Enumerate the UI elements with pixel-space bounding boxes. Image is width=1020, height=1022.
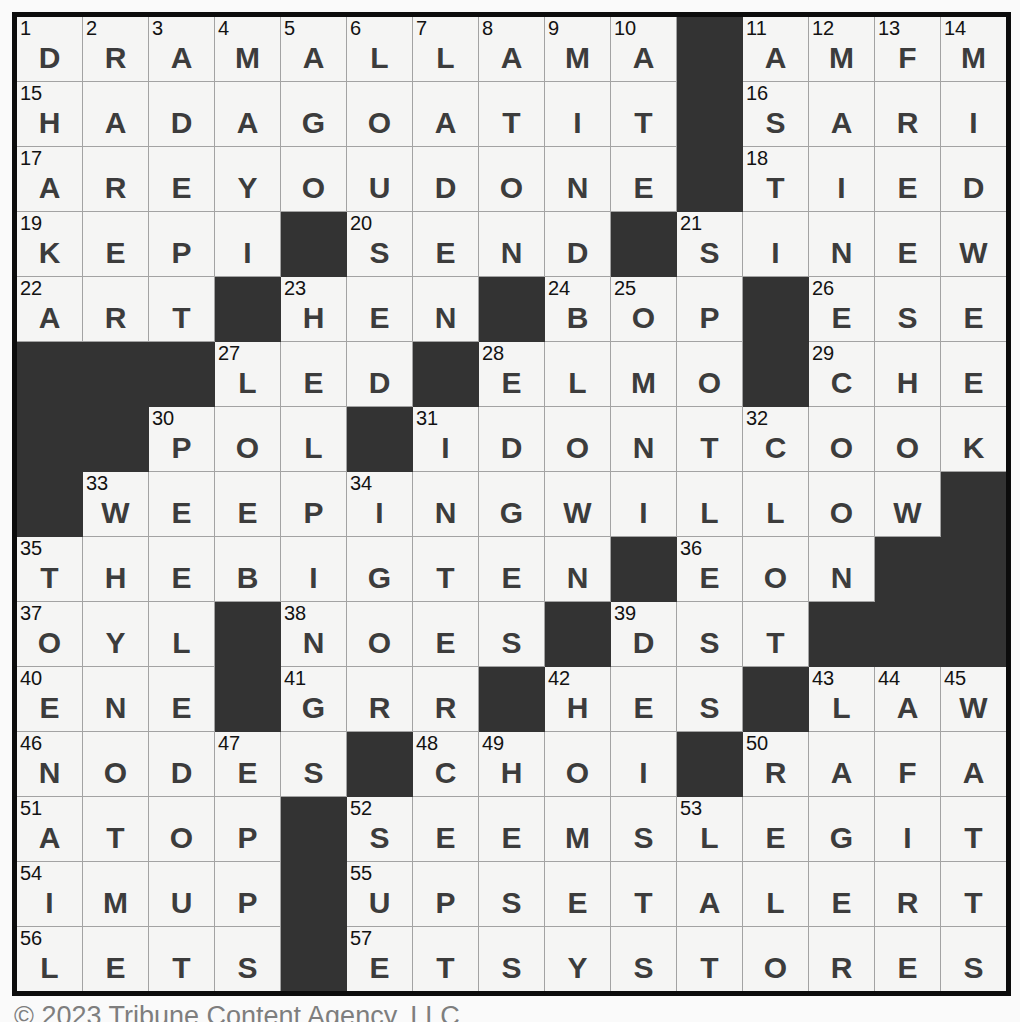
crossword-cell-r10c10[interactable]: 39D — [611, 602, 677, 667]
crossword-cell-r8c3[interactable]: E — [149, 472, 215, 537]
crossword-cell-r8c5[interactable]: P — [281, 472, 347, 537]
crossword-cell-r1c5[interactable]: 5A — [281, 17, 347, 82]
cell-letter: R — [83, 173, 148, 203]
crossword-cell-r15c6[interactable]: 57E — [347, 927, 413, 991]
cell-letter: D — [545, 238, 610, 268]
crossword-cell-r6c15[interactable]: E — [941, 342, 1006, 407]
crossword-cell-r14c13[interactable]: E — [809, 862, 875, 927]
crossword-cell-r2c15[interactable]: I — [941, 82, 1006, 147]
cell-letter: A — [215, 108, 280, 138]
crossword-cell-r8c6[interactable]: 34I — [347, 472, 413, 537]
crossword-cell-r3c14[interactable]: E — [875, 147, 941, 212]
clue-number: 42 — [548, 667, 570, 689]
crossword-cell-r1c4[interactable]: 4M — [215, 17, 281, 82]
crossword-cell-r7c8[interactable]: D — [479, 407, 545, 472]
cell-letter: H — [83, 563, 148, 593]
crossword-cell-r10c8[interactable]: S — [479, 602, 545, 667]
cell-letter: Y — [215, 173, 280, 203]
cell-letter: L — [809, 693, 874, 723]
crossword-cell-r11c15[interactable]: 45W — [941, 667, 1006, 732]
cell-letter: E — [83, 953, 148, 983]
crossword-cell-r13c10[interactable]: S — [611, 797, 677, 862]
crossword-cell-r9c8[interactable]: E — [479, 537, 545, 602]
block-cell — [875, 537, 941, 602]
crossword-cell-r13c3[interactable]: O — [149, 797, 215, 862]
clue-number: 49 — [482, 732, 504, 754]
block-cell — [281, 797, 347, 862]
crossword-cell-r7c13[interactable]: O — [809, 407, 875, 472]
crossword-cell-r1c15[interactable]: 14M — [941, 17, 1006, 82]
crossword-cell-r1c2[interactable]: 2R — [83, 17, 149, 82]
crossword-cell-r4c3[interactable]: P — [149, 212, 215, 277]
crossword-cell-r1c3[interactable]: 3A — [149, 17, 215, 82]
cell-letter: P — [149, 238, 214, 268]
crossword-cell-r6c8[interactable]: 28E — [479, 342, 545, 407]
block-cell — [413, 342, 479, 407]
crossword-cell-r11c2[interactable]: N — [83, 667, 149, 732]
crossword-cell-r10c12[interactable]: T — [743, 602, 809, 667]
crossword-cell-r14c11[interactable]: A — [677, 862, 743, 927]
crossword-cell-r6c5[interactable]: E — [281, 342, 347, 407]
cell-letter: E — [743, 823, 808, 853]
cell-letter: A — [413, 108, 478, 138]
crossword-cell-r5c9[interactable]: 24B — [545, 277, 611, 342]
crossword-cell-r4c11[interactable]: 21S — [677, 212, 743, 277]
crossword-cell-r13c15[interactable]: T — [941, 797, 1006, 862]
block-cell — [941, 537, 1006, 602]
cell-letter: R — [347, 693, 412, 723]
cell-letter: N — [809, 563, 874, 593]
clue-number: 20 — [350, 212, 372, 234]
crossword-cell-r12c8[interactable]: 49H — [479, 732, 545, 797]
cell-letter: E — [611, 173, 676, 203]
crossword-cell-r13c2[interactable]: T — [83, 797, 149, 862]
crossword-cell-r12c2[interactable]: O — [83, 732, 149, 797]
crossword-cell-r5c10[interactable]: 25O — [611, 277, 677, 342]
clue-number: 44 — [878, 667, 900, 689]
crossword-cell-r9c2[interactable]: H — [83, 537, 149, 602]
cell-letter: C — [413, 758, 478, 788]
cell-letter: E — [479, 368, 544, 398]
cell-letter: E — [479, 823, 544, 853]
block-cell — [677, 17, 743, 82]
clue-number: 6 — [350, 17, 361, 39]
crossword-cell-r3c15[interactable]: D — [941, 147, 1006, 212]
crossword-cell-r4c2[interactable]: E — [83, 212, 149, 277]
cell-letter: L — [743, 498, 808, 528]
crossword-cell-r5c13[interactable]: 26E — [809, 277, 875, 342]
crossword-cell-r15c1[interactable]: 56L — [17, 927, 83, 991]
crossword-cell-r13c14[interactable]: I — [875, 797, 941, 862]
crossword-cell-r10c7[interactable]: E — [413, 602, 479, 667]
crossword-cell-r5c11[interactable]: P — [677, 277, 743, 342]
crossword-cell-r8c11[interactable]: L — [677, 472, 743, 537]
cell-letter: H — [479, 758, 544, 788]
crossword-cell-r15c9[interactable]: Y — [545, 927, 611, 991]
crossword-cell-r3c1[interactable]: 17A — [17, 147, 83, 212]
crossword-cell-r9c3[interactable]: E — [149, 537, 215, 602]
crossword-cell-r13c13[interactable]: G — [809, 797, 875, 862]
clue-number: 48 — [416, 732, 438, 754]
crossword-cell-r6c4[interactable]: 27L — [215, 342, 281, 407]
crossword-cell-r10c6[interactable]: O — [347, 602, 413, 667]
crossword-cell-r13c9[interactable]: M — [545, 797, 611, 862]
cell-letter: E — [83, 238, 148, 268]
crossword-cell-r1c8[interactable]: 8A — [479, 17, 545, 82]
crossword-cell-r6c14[interactable]: H — [875, 342, 941, 407]
crossword-cell-r8c8[interactable]: G — [479, 472, 545, 537]
crossword-cell-r8c2[interactable]: 33W — [83, 472, 149, 537]
crossword-cell-r6c10[interactable]: M — [611, 342, 677, 407]
cell-letter: M — [83, 888, 148, 918]
block-cell — [743, 667, 809, 732]
cell-letter: A — [281, 43, 346, 73]
clue-number: 10 — [614, 17, 636, 39]
crossword-cell-r5c15[interactable]: E — [941, 277, 1006, 342]
crossword-cell-r3c2[interactable]: R — [83, 147, 149, 212]
crossword-cell-r2c6[interactable]: O — [347, 82, 413, 147]
crossword-cell-r1c9[interactable]: 9M — [545, 17, 611, 82]
crossword-cell-r9c13[interactable]: N — [809, 537, 875, 602]
crossword-cell-r14c4[interactable]: P — [215, 862, 281, 927]
clue-number: 57 — [350, 927, 372, 949]
crossword-cell-r12c7[interactable]: 48C — [413, 732, 479, 797]
clue-number: 47 — [218, 732, 240, 754]
crossword-cell-r2c7[interactable]: A — [413, 82, 479, 147]
crossword-cell-r10c3[interactable]: L — [149, 602, 215, 667]
block-cell — [281, 927, 347, 991]
crossword-cell-r4c14[interactable]: E — [875, 212, 941, 277]
crossword-cell-r7c14[interactable]: O — [875, 407, 941, 472]
crossword-cell-r14c1[interactable]: 54I — [17, 862, 83, 927]
crossword-cell-r9c1[interactable]: 35T — [17, 537, 83, 602]
cell-letter: P — [413, 888, 478, 918]
crossword-cell-r8c14[interactable]: W — [875, 472, 941, 537]
crossword-cell-r14c8[interactable]: S — [479, 862, 545, 927]
cell-letter: A — [809, 758, 874, 788]
clue-number: 51 — [20, 797, 42, 819]
cell-letter: A — [941, 758, 1006, 788]
crossword-cell-r5c3[interactable]: T — [149, 277, 215, 342]
cell-letter: P — [281, 498, 346, 528]
crossword-cell-r6c13[interactable]: 29C — [809, 342, 875, 407]
cell-letter: A — [17, 173, 82, 203]
crossword-cell-r11c5[interactable]: 41G — [281, 667, 347, 732]
crossword-cell-r13c8[interactable]: E — [479, 797, 545, 862]
crossword-cell-r4c12[interactable]: I — [743, 212, 809, 277]
crossword-cell-r13c11[interactable]: 53L — [677, 797, 743, 862]
crossword-cell-r1c10[interactable]: 10A — [611, 17, 677, 82]
crossword-cell-r9c11[interactable]: 36E — [677, 537, 743, 602]
cell-letter: E — [347, 953, 412, 983]
crossword-cell-r2c2[interactable]: A — [83, 82, 149, 147]
crossword-cell-r12c1[interactable]: 46N — [17, 732, 83, 797]
crossword-cell-r11c14[interactable]: 44A — [875, 667, 941, 732]
crossword-cell-r5c14[interactable]: S — [875, 277, 941, 342]
crossword-cell-r14c10[interactable]: T — [611, 862, 677, 927]
crossword-cell-r6c9[interactable]: L — [545, 342, 611, 407]
crossword-cell-r14c14[interactable]: R — [875, 862, 941, 927]
crossword-cell-r14c9[interactable]: E — [545, 862, 611, 927]
cell-letter: Y — [83, 628, 148, 658]
crossword-cell-r13c7[interactable]: E — [413, 797, 479, 862]
crossword-cell-r9c12[interactable]: O — [743, 537, 809, 602]
crossword-cell-r12c3[interactable]: D — [149, 732, 215, 797]
block-cell — [17, 342, 83, 407]
crossword-cell-r2c13[interactable]: A — [809, 82, 875, 147]
block-cell — [479, 667, 545, 732]
crossword-cell-r1c14[interactable]: 13F — [875, 17, 941, 82]
block-cell — [83, 342, 149, 407]
crossword-cell-r2c8[interactable]: T — [479, 82, 545, 147]
crossword-cell-r8c10[interactable]: I — [611, 472, 677, 537]
crossword-cell-r11c11[interactable]: S — [677, 667, 743, 732]
crossword-cell-r7c10[interactable]: N — [611, 407, 677, 472]
crossword-cell-r14c2[interactable]: M — [83, 862, 149, 927]
crossword-cell-r7c15[interactable]: K — [941, 407, 1006, 472]
crossword-cell-r3c7[interactable]: D — [413, 147, 479, 212]
crossword-cell-r15c13[interactable]: R — [809, 927, 875, 991]
crossword-cell-r4c4[interactable]: I — [215, 212, 281, 277]
crossword-cell-r7c11[interactable]: T — [677, 407, 743, 472]
cell-letter: W — [941, 693, 1006, 723]
clue-number: 22 — [20, 277, 42, 299]
crossword-cell-r10c11[interactable]: S — [677, 602, 743, 667]
clue-number: 40 — [20, 667, 42, 689]
crossword-cell-r1c1[interactable]: 1D — [17, 17, 83, 82]
crossword-cell-r2c3[interactable]: D — [149, 82, 215, 147]
cell-letter: I — [281, 563, 346, 593]
crossword-cell-r15c8[interactable]: S — [479, 927, 545, 991]
crossword-cell-r3c5[interactable]: O — [281, 147, 347, 212]
crossword-cell-r4c7[interactable]: E — [413, 212, 479, 277]
crossword-cell-r13c4[interactable]: P — [215, 797, 281, 862]
crossword-cell-r8c4[interactable]: E — [215, 472, 281, 537]
crossword-cell-r15c12[interactable]: O — [743, 927, 809, 991]
clue-number: 16 — [746, 82, 768, 104]
cell-letter: S — [677, 693, 742, 723]
cell-letter: L — [17, 953, 82, 983]
crossword-cell-r12c13[interactable]: A — [809, 732, 875, 797]
cell-letter: M — [545, 43, 610, 73]
crossword-cell-r4c13[interactable]: N — [809, 212, 875, 277]
crossword-cell-r3c9[interactable]: N — [545, 147, 611, 212]
crossword-cell-r9c6[interactable]: G — [347, 537, 413, 602]
cell-letter: I — [611, 758, 676, 788]
crossword-cell-r5c6[interactable]: E — [347, 277, 413, 342]
cell-letter: G — [479, 498, 544, 528]
crossword-cell-r2c10[interactable]: T — [611, 82, 677, 147]
crossword-cell-r10c5[interactable]: 38N — [281, 602, 347, 667]
cell-letter: P — [215, 888, 280, 918]
crossword-cell-r15c10[interactable]: S — [611, 927, 677, 991]
crossword-cell-r3c4[interactable]: Y — [215, 147, 281, 212]
cell-letter: L — [215, 368, 280, 398]
cell-letter: T — [941, 823, 1006, 853]
cell-letter: D — [17, 43, 82, 73]
crossword-cell-r5c7[interactable]: N — [413, 277, 479, 342]
crossword-cell-r8c9[interactable]: W — [545, 472, 611, 537]
crossword-cell-r3c6[interactable]: U — [347, 147, 413, 212]
cell-letter: S — [875, 303, 940, 333]
cell-letter: O — [875, 433, 940, 463]
crossword-cell-r15c7[interactable]: T — [413, 927, 479, 991]
cell-letter: I — [809, 173, 874, 203]
crossword-cell-r4c9[interactable]: D — [545, 212, 611, 277]
cell-letter: M — [941, 43, 1006, 73]
crossword-cell-r9c7[interactable]: T — [413, 537, 479, 602]
crossword-cell-r2c1[interactable]: 15H — [17, 82, 83, 147]
crossword-cell-r4c6[interactable]: 20S — [347, 212, 413, 277]
crossword-cell-r4c8[interactable]: N — [479, 212, 545, 277]
crossword-cell-r2c14[interactable]: R — [875, 82, 941, 147]
crossword-cell-r8c13[interactable]: O — [809, 472, 875, 537]
crossword-cell-r7c9[interactable]: O — [545, 407, 611, 472]
block-cell — [17, 472, 83, 537]
cell-letter: M — [809, 43, 874, 73]
crossword-cell-r13c1[interactable]: 51A — [17, 797, 83, 862]
crossword-cell-r1c13[interactable]: 12M — [809, 17, 875, 82]
crossword-cell-r14c3[interactable]: U — [149, 862, 215, 927]
crossword-cell-r12c14[interactable]: F — [875, 732, 941, 797]
crossword-cell-r11c10[interactable]: E — [611, 667, 677, 732]
clue-number: 34 — [350, 472, 372, 494]
crossword-cell-r5c5[interactable]: 23H — [281, 277, 347, 342]
crossword-cell-r7c5[interactable]: L — [281, 407, 347, 472]
crossword-cell-r15c11[interactable]: T — [677, 927, 743, 991]
cell-letter: O — [347, 108, 412, 138]
crossword-cell-r11c9[interactable]: 42H — [545, 667, 611, 732]
crossword-cell-r11c13[interactable]: 43L — [809, 667, 875, 732]
crossword-cell-r2c5[interactable]: G — [281, 82, 347, 147]
crossword-cell-r14c7[interactable]: P — [413, 862, 479, 927]
crossword-cell-r15c4[interactable]: S — [215, 927, 281, 991]
crossword-cell-r7c12[interactable]: 32C — [743, 407, 809, 472]
block-cell — [347, 732, 413, 797]
cell-letter: I — [545, 108, 610, 138]
cell-letter: H — [281, 303, 346, 333]
crossword-cell-r12c4[interactable]: 47E — [215, 732, 281, 797]
clue-number: 3 — [152, 17, 163, 39]
cell-letter: C — [809, 368, 874, 398]
crossword-cell-r13c12[interactable]: E — [743, 797, 809, 862]
block-cell — [941, 472, 1006, 537]
crossword-cell-r12c15[interactable]: A — [941, 732, 1006, 797]
clue-number: 43 — [812, 667, 834, 689]
cell-letter: S — [941, 953, 1006, 983]
crossword-cell-r2c12[interactable]: 16S — [743, 82, 809, 147]
cell-letter: S — [611, 823, 676, 853]
crossword-cell-r9c5[interactable]: I — [281, 537, 347, 602]
clue-number: 27 — [218, 342, 240, 364]
crossword-cell-r3c8[interactable]: O — [479, 147, 545, 212]
cell-letter: R — [83, 43, 148, 73]
crossword-cell-r3c12[interactable]: 18T — [743, 147, 809, 212]
cell-letter: E — [479, 563, 544, 593]
crossword-cell-r10c1[interactable]: 37O — [17, 602, 83, 667]
cell-letter: P — [215, 823, 280, 853]
cell-letter: M — [215, 43, 280, 73]
crossword-cell-r11c3[interactable]: E — [149, 667, 215, 732]
cell-letter: N — [413, 303, 478, 333]
crossword-cell-r12c12[interactable]: 50R — [743, 732, 809, 797]
cell-letter: O — [545, 433, 610, 463]
crossword-cell-r11c7[interactable]: R — [413, 667, 479, 732]
crossword-cell-r14c12[interactable]: L — [743, 862, 809, 927]
crossword-cell-r12c5[interactable]: S — [281, 732, 347, 797]
crossword-cell-r2c4[interactable]: A — [215, 82, 281, 147]
crossword-cell-r13c6[interactable]: 52S — [347, 797, 413, 862]
crossword-cell-r7c7[interactable]: 31I — [413, 407, 479, 472]
crossword-cell-r1c12[interactable]: 11A — [743, 17, 809, 82]
cell-letter: S — [281, 758, 346, 788]
crossword-cell-r7c3[interactable]: 30P — [149, 407, 215, 472]
crossword-cell-r9c4[interactable]: B — [215, 537, 281, 602]
cell-letter: T — [149, 953, 214, 983]
crossword-cell-r12c9[interactable]: O — [545, 732, 611, 797]
clue-number: 11 — [746, 17, 767, 39]
cell-letter: S — [215, 953, 280, 983]
crossword-cell-r8c7[interactable]: N — [413, 472, 479, 537]
crossword-cell-r12c10[interactable]: I — [611, 732, 677, 797]
crossword-cell-r15c15[interactable]: S — [941, 927, 1006, 991]
crossword-cell-r3c13[interactable]: I — [809, 147, 875, 212]
cell-letter: M — [611, 368, 676, 398]
clue-number: 39 — [614, 602, 636, 624]
cell-letter: A — [677, 888, 742, 918]
crossword-cell-r6c6[interactable]: D — [347, 342, 413, 407]
clue-number: 31 — [416, 407, 438, 429]
cell-letter: A — [17, 823, 82, 853]
crossword-cell-r8c12[interactable]: L — [743, 472, 809, 537]
crossword-cell-r5c1[interactable]: 22A — [17, 277, 83, 342]
crossword-cell-r3c10[interactable]: E — [611, 147, 677, 212]
crossword-cell-r5c2[interactable]: R — [83, 277, 149, 342]
crossword-cell-r6c11[interactable]: O — [677, 342, 743, 407]
cell-letter: P — [149, 433, 214, 463]
cell-letter: O — [347, 628, 412, 658]
crossword-cell-r11c1[interactable]: 40E — [17, 667, 83, 732]
clue-number: 17 — [20, 147, 42, 169]
crossword-cell-r10c2[interactable]: Y — [83, 602, 149, 667]
crossword-cell-r1c7[interactable]: 7L — [413, 17, 479, 82]
clue-number: 29 — [812, 342, 834, 364]
clue-number: 52 — [350, 797, 372, 819]
cell-letter: O — [17, 628, 82, 658]
crossword-cell-r1c6[interactable]: 6L — [347, 17, 413, 82]
block-cell — [611, 537, 677, 602]
crossword-cell-r2c9[interactable]: I — [545, 82, 611, 147]
cell-letter: E — [413, 238, 478, 268]
crossword-cell-r14c15[interactable]: T — [941, 862, 1006, 927]
crossword-cell-r7c4[interactable]: O — [215, 407, 281, 472]
crossword-cell-r14c6[interactable]: 55U — [347, 862, 413, 927]
cell-letter: N — [413, 498, 478, 528]
cell-letter: E — [17, 693, 82, 723]
crossword-cell-r15c2[interactable]: E — [83, 927, 149, 991]
crossword-cell-r11c6[interactable]: R — [347, 667, 413, 732]
block-cell — [347, 407, 413, 472]
crossword-cell-r15c3[interactable]: T — [149, 927, 215, 991]
crossword-cell-r9c9[interactable]: N — [545, 537, 611, 602]
crossword-cell-r4c1[interactable]: 19K — [17, 212, 83, 277]
cell-letter: T — [677, 953, 742, 983]
clue-number: 50 — [746, 732, 768, 754]
crossword-cell-r15c14[interactable]: E — [875, 927, 941, 991]
crossword-cell-r3c3[interactable]: E — [149, 147, 215, 212]
crossword-cell-r4c15[interactable]: W — [941, 212, 1006, 277]
cell-letter: C — [743, 433, 808, 463]
